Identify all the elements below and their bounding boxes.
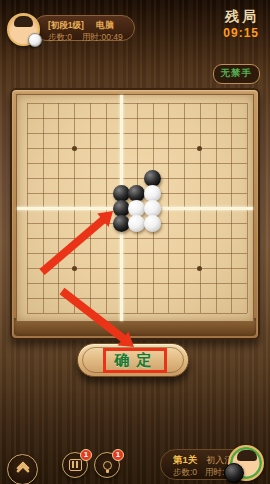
player-black-stone-icon xyxy=(224,463,244,483)
opponent-info-panel: [初段1级] 电脑 步数:0 用时:00:49 xyxy=(33,15,135,41)
grid-line-horizontal xyxy=(27,313,247,314)
stone-white xyxy=(144,185,161,202)
star-point xyxy=(72,146,77,151)
gomoku-board[interactable] xyxy=(16,94,254,322)
opponent-white-stone-icon xyxy=(28,33,42,47)
mode-timer: 09:15 xyxy=(223,26,259,40)
opponent-steps-label: 步数:0 xyxy=(48,32,72,44)
gomoku-board-frame xyxy=(10,88,260,340)
stone-black xyxy=(113,200,130,217)
opponent-avatar-hair xyxy=(14,16,33,27)
lightbulb-icon xyxy=(103,461,112,470)
stone-white xyxy=(144,215,161,232)
mode-title: 残局 xyxy=(225,8,259,26)
grid-line-horizontal xyxy=(27,268,247,269)
grid-line-horizontal xyxy=(27,238,247,239)
player-avatar-hair xyxy=(237,450,257,461)
stone-black xyxy=(113,185,130,202)
rule-badge: 无禁手 xyxy=(213,64,261,84)
star-point xyxy=(197,146,202,151)
star-point xyxy=(197,266,202,271)
player-steps-label: 步数:0 xyxy=(173,467,197,479)
star-point xyxy=(72,266,77,271)
opponent-name-label: 电脑 xyxy=(96,19,114,32)
grid-line-horizontal xyxy=(27,298,247,299)
stone-black xyxy=(128,185,145,202)
confirm-button[interactable]: 确定 xyxy=(77,343,189,377)
opponent-rank-label: [初段1级] xyxy=(48,20,84,32)
record-board-icon xyxy=(69,459,82,471)
stone-white xyxy=(144,200,161,217)
game-record-button[interactable]: 1 xyxy=(62,452,88,478)
opponent-time-label: 用时:00:49 xyxy=(82,32,123,44)
hint-button[interactable]: 1 xyxy=(94,452,120,478)
grid-line-horizontal xyxy=(27,283,247,284)
stone-white xyxy=(128,215,145,232)
hint-badge-count: 1 xyxy=(112,449,124,461)
player-level-label: 第1关 xyxy=(173,454,197,467)
record-badge-count: 1 xyxy=(80,449,92,461)
confirm-button-label: 确定 xyxy=(108,351,159,370)
stone-black xyxy=(113,215,130,232)
expand-menu-button[interactable] xyxy=(7,454,38,484)
app-screen: [初段1级] 电脑 步数:0 用时:00:49 残局 09:15 无禁手 确定 xyxy=(0,0,270,484)
stone-white xyxy=(128,200,145,217)
stone-black xyxy=(144,170,161,187)
grid-line-horizontal xyxy=(27,253,247,254)
